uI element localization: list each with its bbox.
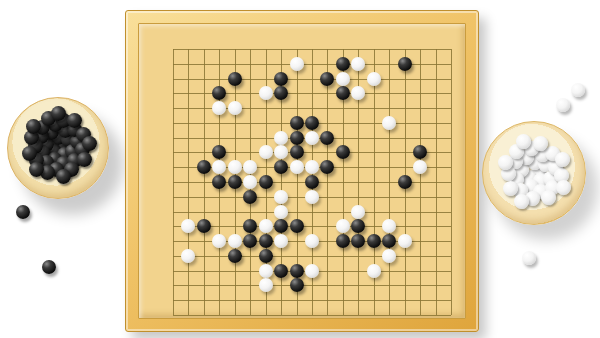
white-stone: [351, 86, 365, 100]
black-stone-bowl: [7, 97, 109, 199]
black-stone: [228, 72, 242, 86]
white-bowl-stone: [503, 181, 518, 196]
black-stone: [274, 219, 288, 233]
white-stone: [228, 234, 242, 248]
black-bowl-stone: [67, 113, 82, 128]
loose-black-stone: [16, 205, 30, 219]
white-stone: [228, 101, 242, 115]
white-stone: [367, 72, 381, 86]
white-stone: [367, 264, 381, 278]
loose-white-stone: [571, 83, 585, 97]
white-bowl-stone: [498, 155, 513, 170]
white-bowl-stone: [555, 152, 570, 167]
white-stone: [413, 160, 427, 174]
black-stone: [243, 190, 257, 204]
black-stone: [243, 234, 257, 248]
white-bowl-stone: [556, 180, 571, 195]
black-stone: [305, 175, 319, 189]
black-stone: [382, 234, 396, 248]
black-bowl-stone: [26, 119, 41, 134]
white-stone: [259, 264, 273, 278]
white-bowl-stone: [516, 134, 531, 149]
black-bowl-stone: [51, 106, 66, 121]
white-stone: [259, 219, 273, 233]
black-stone: [320, 131, 334, 145]
black-stone: [197, 219, 211, 233]
black-stone: [398, 175, 412, 189]
white-bowl-stone: [533, 136, 548, 151]
white-stone-bowl: [482, 121, 586, 225]
black-stone: [413, 145, 427, 159]
white-stone: [305, 190, 319, 204]
white-stone: [305, 160, 319, 174]
black-stone: [351, 234, 365, 248]
black-stone: [320, 72, 334, 86]
black-stone: [305, 116, 319, 130]
black-stone: [197, 160, 211, 174]
black-stone: [336, 86, 350, 100]
grid-line-horizontal: [173, 315, 451, 316]
loose-white-stone: [522, 251, 536, 265]
white-stone: [336, 219, 350, 233]
white-stone: [243, 175, 257, 189]
grid-line-horizontal: [173, 226, 451, 227]
black-stone: [290, 145, 304, 159]
black-stone: [228, 175, 242, 189]
black-stone: [290, 131, 304, 145]
grid-line-horizontal: [173, 300, 451, 301]
black-stone: [290, 264, 304, 278]
white-stone: [243, 160, 257, 174]
black-stone: [336, 57, 350, 71]
white-stone: [274, 234, 288, 248]
white-stone: [305, 264, 319, 278]
white-stone: [274, 131, 288, 145]
black-stone: [212, 86, 226, 100]
white-stone: [181, 249, 195, 263]
black-stone: [212, 175, 226, 189]
white-stone: [305, 234, 319, 248]
white-stone: [382, 116, 396, 130]
white-stone: [212, 101, 226, 115]
loose-white-stone: [556, 98, 570, 112]
black-stone: [290, 116, 304, 130]
white-stone: [305, 131, 319, 145]
grid-line-vertical: [389, 49, 390, 315]
white-stone: [351, 205, 365, 219]
black-stone: [274, 264, 288, 278]
black-stone: [259, 249, 273, 263]
go-board: [125, 10, 479, 332]
white-stone: [259, 145, 273, 159]
black-stone: [259, 234, 273, 248]
grid-line-vertical: [327, 49, 328, 315]
black-stone: [274, 72, 288, 86]
black-stone: [212, 145, 226, 159]
white-stone: [274, 190, 288, 204]
white-stone: [398, 234, 412, 248]
black-stone: [228, 249, 242, 263]
white-stone: [290, 57, 304, 71]
black-stone: [259, 175, 273, 189]
grid-line-vertical: [436, 49, 437, 315]
black-bowl-stone: [29, 162, 44, 177]
black-stone: [398, 57, 412, 71]
white-bowl-stone: [541, 190, 556, 205]
black-stone: [274, 160, 288, 174]
black-stone: [336, 145, 350, 159]
go-board-surface: [138, 23, 466, 319]
loose-black-stone: [42, 260, 56, 274]
black-stone: [274, 86, 288, 100]
go-board-grid[interactable]: [173, 49, 451, 315]
grid-line-horizontal: [173, 256, 451, 257]
black-bowl-stone: [77, 152, 92, 167]
black-stone: [320, 160, 334, 174]
go-scene: [0, 0, 600, 338]
white-stone: [351, 57, 365, 71]
black-bowl-stone: [22, 146, 37, 161]
white-stone: [382, 219, 396, 233]
grid-line-horizontal: [173, 285, 451, 286]
grid-line-vertical: [420, 49, 421, 315]
white-stone: [259, 86, 273, 100]
black-stone: [290, 278, 304, 292]
white-stone: [274, 145, 288, 159]
white-stone: [259, 278, 273, 292]
black-stone: [351, 219, 365, 233]
black-stone: [243, 219, 257, 233]
white-bowl-stone: [514, 194, 529, 209]
black-stone: [290, 219, 304, 233]
black-bowl-stone: [82, 136, 97, 151]
white-stone: [382, 249, 396, 263]
white-stone: [181, 219, 195, 233]
grid-line-horizontal: [173, 212, 451, 213]
black-bowl-stone: [56, 169, 71, 184]
white-stone: [212, 160, 226, 174]
grid-line-vertical: [451, 49, 452, 315]
white-stone: [336, 72, 350, 86]
black-stone: [367, 234, 381, 248]
black-stone: [336, 234, 350, 248]
white-stone: [290, 160, 304, 174]
white-stone: [274, 205, 288, 219]
white-stone: [228, 160, 242, 174]
white-stone: [212, 234, 226, 248]
